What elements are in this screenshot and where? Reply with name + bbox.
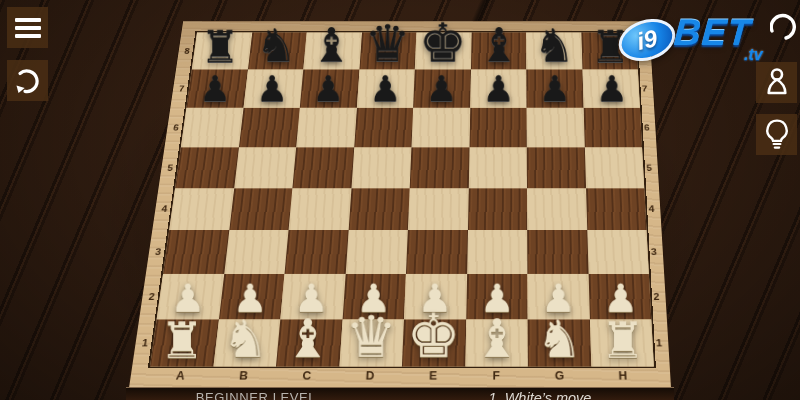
square-h4[interactable] bbox=[586, 188, 647, 230]
piece-black-pawn-h7[interactable]: ♟ bbox=[576, 73, 647, 106]
chessboard: ♜♞♝♛♚♝♞♜♟♟♟♟♟♟♟♟♟♟♟♟♟♟♟♟♜♞♝♛♚♝♞♜ ABCDEFG… bbox=[128, 21, 672, 388]
rank-label-4: 4 bbox=[161, 204, 168, 214]
square-e4[interactable] bbox=[408, 188, 468, 230]
square-g1[interactable]: ♞ bbox=[528, 319, 591, 366]
restart-button[interactable] bbox=[7, 60, 48, 101]
file-label-c: C bbox=[302, 369, 312, 382]
square-a3[interactable] bbox=[163, 230, 229, 274]
difficulty-level-label: BEGINNER LEVEL bbox=[196, 390, 316, 400]
hint-button[interactable] bbox=[756, 114, 797, 155]
rank-label-4: 4 bbox=[648, 204, 654, 214]
rank-label-6: 6 bbox=[173, 123, 180, 132]
player-pieces-button[interactable] bbox=[756, 62, 797, 103]
file-label-d: D bbox=[365, 369, 374, 382]
square-f6[interactable] bbox=[469, 108, 527, 147]
rank-label-3: 3 bbox=[651, 247, 657, 257]
square-e3[interactable] bbox=[406, 230, 468, 274]
hamburger-icon bbox=[15, 18, 41, 38]
square-g6[interactable] bbox=[527, 108, 585, 147]
square-g5[interactable] bbox=[527, 147, 586, 188]
piece-black-rook-a8[interactable]: ♜ bbox=[185, 27, 255, 67]
piece-white-queen-d1[interactable]: ♛ bbox=[331, 311, 410, 364]
board-front-edge: BEGINNER LEVEL 1. White’s move bbox=[126, 387, 674, 400]
file-label-a: A bbox=[175, 369, 185, 382]
move-status-label: 1. White’s move bbox=[489, 390, 592, 400]
square-g8[interactable]: ♞ bbox=[526, 32, 582, 69]
square-e5[interactable] bbox=[410, 147, 469, 188]
board-scene: ♜♞♝♛♚♝♞♜♟♟♟♟♟♟♟♟♟♟♟♟♟♟♟♟♜♞♝♛♚♝♞♜ ABCDEFG… bbox=[128, 0, 672, 388]
square-f7[interactable]: ♟ bbox=[470, 69, 527, 107]
logo-i9-text: i9 bbox=[634, 24, 659, 56]
square-c5[interactable] bbox=[292, 147, 353, 188]
square-d3[interactable] bbox=[345, 230, 408, 274]
square-g4[interactable] bbox=[527, 188, 587, 230]
piece-white-rook-a1[interactable]: ♜ bbox=[142, 318, 221, 364]
board-squares: ♜♞♝♛♚♝♞♜♟♟♟♟♟♟♟♟♟♟♟♟♟♟♟♟♜♞♝♛♚♝♞♜ bbox=[150, 32, 654, 366]
square-g3[interactable] bbox=[527, 230, 588, 274]
square-a1[interactable]: ♜ bbox=[150, 319, 218, 366]
square-c3[interactable] bbox=[284, 230, 348, 274]
file-labels: ABCDEFGH bbox=[148, 367, 655, 384]
square-h7[interactable]: ♟ bbox=[582, 69, 640, 107]
piece-black-queen-d8[interactable]: ♛ bbox=[352, 20, 422, 67]
square-e8[interactable]: ♚ bbox=[415, 32, 471, 69]
square-f8[interactable]: ♝ bbox=[471, 32, 527, 69]
logo-egg-badge: i9 bbox=[613, 12, 681, 68]
file-label-e: E bbox=[429, 369, 437, 382]
square-f5[interactable] bbox=[468, 147, 527, 188]
rank-label-5: 5 bbox=[167, 163, 174, 172]
file-label-h: H bbox=[618, 369, 627, 382]
square-h6[interactable] bbox=[583, 108, 642, 147]
rank-label-6: 6 bbox=[644, 123, 650, 132]
square-h3[interactable] bbox=[587, 230, 649, 274]
square-b6[interactable] bbox=[239, 108, 300, 147]
square-f4[interactable] bbox=[468, 188, 528, 230]
square-a8[interactable]: ♜ bbox=[192, 32, 252, 69]
square-b1[interactable]: ♞ bbox=[213, 319, 280, 366]
piece-white-rook-h1[interactable]: ♜ bbox=[583, 318, 662, 364]
square-a4[interactable] bbox=[169, 188, 234, 230]
pawn-player-icon bbox=[762, 66, 792, 99]
square-h1[interactable]: ♜ bbox=[589, 319, 653, 366]
square-b3[interactable] bbox=[224, 230, 289, 274]
i9bet-logo: i9 BET .tv bbox=[598, 10, 798, 68]
square-d1[interactable]: ♛ bbox=[339, 319, 404, 366]
file-label-g: G bbox=[555, 369, 565, 382]
square-d4[interactable] bbox=[348, 188, 409, 230]
square-f3[interactable] bbox=[467, 230, 528, 274]
file-label-f: F bbox=[493, 369, 500, 382]
square-d6[interactable] bbox=[354, 108, 413, 147]
rank-label-5: 5 bbox=[646, 163, 652, 172]
restart-rotate-icon bbox=[14, 67, 42, 95]
hint-bulb-icon bbox=[763, 118, 791, 152]
square-e1[interactable]: ♚ bbox=[402, 319, 466, 366]
square-e7[interactable]: ♟ bbox=[413, 69, 470, 107]
square-g7[interactable]: ♟ bbox=[526, 69, 583, 107]
square-d5[interactable] bbox=[351, 147, 411, 188]
square-d8[interactable]: ♛ bbox=[359, 32, 416, 69]
logo-bet-text: BET bbox=[673, 12, 753, 54]
square-f1[interactable]: ♝ bbox=[465, 319, 528, 366]
menu-button[interactable] bbox=[7, 7, 48, 48]
square-e6[interactable] bbox=[411, 108, 469, 147]
square-c6[interactable] bbox=[296, 108, 356, 147]
square-a6[interactable] bbox=[181, 108, 243, 147]
square-b4[interactable] bbox=[229, 188, 293, 230]
square-h5[interactable] bbox=[584, 147, 644, 188]
square-b8[interactable]: ♞ bbox=[248, 32, 307, 69]
square-c4[interactable] bbox=[289, 188, 352, 230]
square-b5[interactable] bbox=[234, 147, 296, 188]
square-a5[interactable] bbox=[175, 147, 238, 188]
rank-label-3: 3 bbox=[154, 247, 161, 257]
logo-tv-text: .tv bbox=[744, 46, 763, 64]
logo-swoosh-icon bbox=[770, 10, 796, 44]
file-label-b: B bbox=[239, 369, 249, 382]
